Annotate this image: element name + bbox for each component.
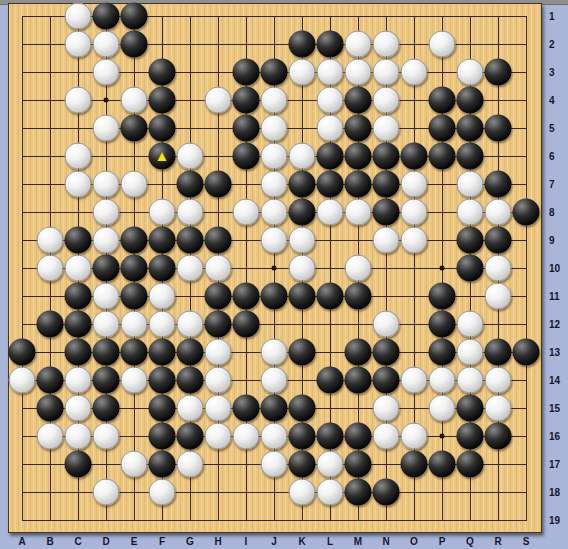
black-stone: [177, 171, 204, 198]
column-label-C: C: [74, 536, 81, 547]
white-stone: [373, 59, 400, 86]
black-stone: [149, 227, 176, 254]
white-stone: [65, 31, 92, 58]
white-stone: [373, 87, 400, 114]
black-stone: [261, 395, 288, 422]
black-stone: [205, 171, 232, 198]
white-stone: [93, 115, 120, 142]
column-label-Q: Q: [466, 536, 474, 547]
white-stone: [205, 367, 232, 394]
black-stone: [289, 339, 316, 366]
black-stone: [121, 115, 148, 142]
row-label-17: 17: [549, 459, 560, 470]
board-layer: ▲ABCDEFGHIJKLMNOPQRS12345678910111213141…: [0, 0, 568, 549]
white-stone: [177, 311, 204, 338]
black-stone: [513, 199, 540, 226]
white-stone: [177, 143, 204, 170]
black-stone: [65, 311, 92, 338]
white-stone: [373, 423, 400, 450]
white-stone: [149, 199, 176, 226]
column-label-B: B: [46, 536, 53, 547]
black-stone: [37, 395, 64, 422]
white-stone: [401, 227, 428, 254]
white-stone: [261, 143, 288, 170]
white-stone: [93, 479, 120, 506]
star-point: [272, 266, 277, 271]
column-label-J: J: [271, 536, 277, 547]
white-stone: [149, 479, 176, 506]
white-stone: [205, 423, 232, 450]
row-label-5: 5: [549, 123, 555, 134]
white-stone: [93, 199, 120, 226]
white-stone: [401, 423, 428, 450]
black-stone: [93, 367, 120, 394]
white-stone: [65, 255, 92, 282]
white-stone: [401, 171, 428, 198]
column-label-F: F: [159, 536, 165, 547]
black-stone: [401, 143, 428, 170]
white-stone: [93, 227, 120, 254]
white-stone: [457, 199, 484, 226]
white-stone: [177, 451, 204, 478]
black-stone: [149, 143, 176, 170]
white-stone: [65, 143, 92, 170]
black-stone: [345, 423, 372, 450]
column-label-O: O: [410, 536, 418, 547]
black-stone: [373, 143, 400, 170]
black-stone: [457, 423, 484, 450]
white-stone: [205, 395, 232, 422]
white-stone: [373, 31, 400, 58]
white-stone: [289, 143, 316, 170]
column-label-R: R: [494, 536, 501, 547]
white-stone: [317, 59, 344, 86]
row-label-6: 6: [549, 151, 555, 162]
white-stone: [261, 227, 288, 254]
black-stone: [233, 311, 260, 338]
white-stone: [457, 367, 484, 394]
black-stone: [177, 339, 204, 366]
black-stone: [289, 31, 316, 58]
white-stone: [345, 31, 372, 58]
black-stone: [149, 423, 176, 450]
white-stone: [373, 395, 400, 422]
black-stone: [205, 227, 232, 254]
black-stone: [65, 451, 92, 478]
black-stone: [37, 367, 64, 394]
row-label-16: 16: [549, 431, 560, 442]
row-label-18: 18: [549, 487, 560, 498]
black-stone: [121, 31, 148, 58]
white-stone: [261, 87, 288, 114]
column-label-G: G: [186, 536, 194, 547]
white-stone: [37, 227, 64, 254]
white-stone: [233, 423, 260, 450]
white-stone: [345, 59, 372, 86]
black-stone: [401, 451, 428, 478]
black-stone: [429, 143, 456, 170]
black-stone: [485, 59, 512, 86]
white-stone: [345, 199, 372, 226]
white-stone: [65, 171, 92, 198]
black-stone: [373, 171, 400, 198]
white-stone: [317, 451, 344, 478]
row-label-1: 1: [549, 11, 555, 22]
white-stone: [289, 255, 316, 282]
black-stone: [121, 3, 148, 30]
star-point: [104, 98, 109, 103]
white-stone: [317, 115, 344, 142]
white-stone: [37, 255, 64, 282]
column-label-N: N: [382, 536, 389, 547]
black-stone: [149, 339, 176, 366]
black-stone: [457, 255, 484, 282]
row-label-7: 7: [549, 179, 555, 190]
white-stone: [485, 255, 512, 282]
black-stone: [149, 395, 176, 422]
white-stone: [121, 311, 148, 338]
white-stone: [373, 115, 400, 142]
row-label-11: 11: [549, 291, 560, 302]
white-stone: [317, 199, 344, 226]
black-stone: [429, 311, 456, 338]
white-stone: [149, 283, 176, 310]
black-stone: [317, 31, 344, 58]
black-stone: [121, 227, 148, 254]
white-stone: [121, 171, 148, 198]
white-stone: [65, 395, 92, 422]
row-label-12: 12: [549, 319, 560, 330]
white-stone: [289, 59, 316, 86]
black-stone: [149, 115, 176, 142]
black-stone: [345, 451, 372, 478]
black-stone: [373, 479, 400, 506]
white-stone: [261, 451, 288, 478]
black-stone: [149, 255, 176, 282]
black-stone: [317, 423, 344, 450]
column-label-I: I: [245, 536, 248, 547]
white-stone: [345, 255, 372, 282]
black-stone: [429, 115, 456, 142]
row-label-15: 15: [549, 403, 560, 414]
column-label-P: P: [439, 536, 446, 547]
black-stone: [429, 339, 456, 366]
column-label-K: K: [298, 536, 305, 547]
black-stone: [177, 227, 204, 254]
black-stone: [9, 339, 36, 366]
black-stone: [233, 59, 260, 86]
black-stone: [289, 451, 316, 478]
black-stone: [233, 283, 260, 310]
white-stone: [205, 87, 232, 114]
white-stone: [93, 171, 120, 198]
white-stone: [401, 367, 428, 394]
black-stone: [317, 143, 344, 170]
white-stone: [93, 59, 120, 86]
black-stone: [345, 339, 372, 366]
black-stone: [429, 283, 456, 310]
black-stone: [345, 283, 372, 310]
column-label-M: M: [354, 536, 362, 547]
white-stone: [289, 227, 316, 254]
row-label-19: 19: [549, 515, 560, 526]
white-stone: [261, 199, 288, 226]
black-stone: [345, 367, 372, 394]
white-stone: [401, 59, 428, 86]
white-stone: [317, 87, 344, 114]
white-stone: [429, 31, 456, 58]
white-stone: [261, 171, 288, 198]
white-stone: [261, 115, 288, 142]
white-stone: [289, 479, 316, 506]
white-stone: [485, 367, 512, 394]
star-point: [440, 266, 445, 271]
black-stone: [261, 283, 288, 310]
black-stone: [121, 283, 148, 310]
black-stone: [485, 423, 512, 450]
black-stone: [37, 311, 64, 338]
black-stone: [289, 423, 316, 450]
black-stone: [345, 115, 372, 142]
white-stone: [37, 423, 64, 450]
black-stone: [457, 227, 484, 254]
white-stone: [485, 395, 512, 422]
row-label-2: 2: [549, 39, 555, 50]
white-stone: [429, 367, 456, 394]
black-stone: [233, 395, 260, 422]
black-stone: [233, 115, 260, 142]
white-stone: [261, 367, 288, 394]
white-stone: [9, 367, 36, 394]
column-label-D: D: [102, 536, 109, 547]
white-stone: [485, 283, 512, 310]
black-stone: [345, 479, 372, 506]
row-label-9: 9: [549, 235, 555, 246]
black-stone: [317, 367, 344, 394]
black-stone: [317, 283, 344, 310]
white-stone: [457, 339, 484, 366]
white-stone: [177, 255, 204, 282]
white-stone: [457, 311, 484, 338]
black-stone: [93, 395, 120, 422]
row-label-3: 3: [549, 67, 555, 78]
black-stone: [457, 115, 484, 142]
black-stone: [317, 171, 344, 198]
white-stone: [121, 87, 148, 114]
black-stone: [289, 283, 316, 310]
white-stone: [457, 171, 484, 198]
column-label-L: L: [327, 536, 333, 547]
grid-line-horizontal: [22, 520, 527, 521]
black-stone: [149, 367, 176, 394]
black-stone: [345, 171, 372, 198]
white-stone: [205, 339, 232, 366]
white-stone: [121, 451, 148, 478]
white-stone: [93, 31, 120, 58]
black-stone: [149, 87, 176, 114]
white-stone: [65, 3, 92, 30]
white-stone: [177, 199, 204, 226]
white-stone: [373, 311, 400, 338]
star-point: [440, 434, 445, 439]
row-label-8: 8: [549, 207, 555, 218]
screenshot-stage: ▲ABCDEFGHIJKLMNOPQRS12345678910111213141…: [0, 0, 568, 549]
black-stone: [429, 87, 456, 114]
grid-line-vertical: [526, 16, 527, 521]
black-stone: [429, 451, 456, 478]
white-stone: [317, 479, 344, 506]
column-label-A: A: [18, 536, 25, 547]
black-stone: [513, 339, 540, 366]
white-stone: [149, 311, 176, 338]
black-stone: [65, 339, 92, 366]
black-stone: [485, 115, 512, 142]
white-stone: [93, 423, 120, 450]
white-stone: [429, 395, 456, 422]
black-stone: [373, 339, 400, 366]
black-stone: [345, 87, 372, 114]
black-stone: [457, 87, 484, 114]
white-stone: [177, 395, 204, 422]
black-stone: [93, 339, 120, 366]
black-stone: [289, 395, 316, 422]
white-stone: [121, 367, 148, 394]
row-label-10: 10: [549, 263, 560, 274]
white-stone: [401, 199, 428, 226]
black-stone: [289, 199, 316, 226]
black-stone: [373, 199, 400, 226]
black-stone: [373, 367, 400, 394]
black-stone: [149, 59, 176, 86]
black-stone: [457, 451, 484, 478]
white-stone: [65, 87, 92, 114]
row-label-13: 13: [549, 347, 560, 358]
black-stone: [65, 283, 92, 310]
row-label-14: 14: [549, 375, 560, 386]
white-stone: [65, 423, 92, 450]
white-stone: [93, 311, 120, 338]
row-label-4: 4: [549, 95, 555, 106]
white-stone: [205, 255, 232, 282]
black-stone: [177, 423, 204, 450]
black-stone: [485, 339, 512, 366]
black-stone: [93, 3, 120, 30]
black-stone: [345, 143, 372, 170]
black-stone: [233, 87, 260, 114]
black-stone: [205, 283, 232, 310]
column-label-H: H: [214, 536, 221, 547]
black-stone: [457, 143, 484, 170]
black-stone: [93, 255, 120, 282]
black-stone: [485, 171, 512, 198]
black-stone: [177, 367, 204, 394]
white-stone: [261, 339, 288, 366]
black-stone: [261, 59, 288, 86]
black-stone: [233, 143, 260, 170]
white-stone: [485, 199, 512, 226]
black-stone: [121, 339, 148, 366]
black-stone: [121, 255, 148, 282]
column-label-S: S: [523, 536, 530, 547]
white-stone: [457, 59, 484, 86]
black-stone: [149, 451, 176, 478]
column-label-E: E: [131, 536, 138, 547]
black-stone: [65, 227, 92, 254]
white-stone: [373, 227, 400, 254]
black-stone: [289, 171, 316, 198]
white-stone: [93, 283, 120, 310]
white-stone: [261, 423, 288, 450]
black-stone: [205, 311, 232, 338]
black-stone: [457, 395, 484, 422]
black-stone: [485, 227, 512, 254]
white-stone: [65, 367, 92, 394]
white-stone: [233, 199, 260, 226]
